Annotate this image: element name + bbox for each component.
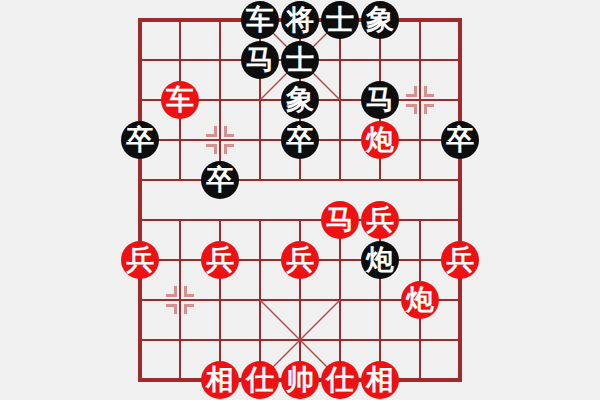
piece-black-soldier[interactable]: 卒 bbox=[121, 121, 159, 159]
piece-black-horse[interactable]: 马 bbox=[241, 41, 279, 79]
piece-red-soldier[interactable]: 兵 bbox=[441, 241, 479, 279]
piece-black-soldier[interactable]: 卒 bbox=[441, 121, 479, 159]
piece-red-advisor[interactable]: 仕 bbox=[241, 361, 279, 399]
piece-red-elephant[interactable]: 相 bbox=[361, 361, 399, 399]
piece-red-soldier[interactable]: 兵 bbox=[201, 241, 239, 279]
piece-red-horse[interactable]: 马 bbox=[321, 201, 359, 239]
piece-red-soldier[interactable]: 兵 bbox=[281, 241, 319, 279]
piece-black-horse[interactable]: 马 bbox=[361, 81, 399, 119]
piece-black-elephant[interactable]: 象 bbox=[361, 1, 399, 39]
piece-black-elephant[interactable]: 象 bbox=[281, 81, 319, 119]
pieces-grid: 车将士象马士象马卒卒卒卒炮车炮马兵兵兵兵兵炮相仕帅仕相 bbox=[120, 0, 480, 400]
piece-black-cannon[interactable]: 炮 bbox=[361, 241, 399, 279]
piece-red-advisor[interactable]: 仕 bbox=[321, 361, 359, 399]
piece-black-soldier[interactable]: 卒 bbox=[281, 121, 319, 159]
piece-red-soldier[interactable]: 兵 bbox=[121, 241, 159, 279]
piece-black-general[interactable]: 将 bbox=[281, 1, 319, 39]
piece-black-advisor[interactable]: 士 bbox=[321, 1, 359, 39]
piece-red-elephant[interactable]: 相 bbox=[201, 361, 239, 399]
piece-red-general[interactable]: 帅 bbox=[281, 361, 319, 399]
piece-red-soldier[interactable]: 兵 bbox=[361, 201, 399, 239]
piece-black-chariot[interactable]: 车 bbox=[241, 1, 279, 39]
piece-red-cannon[interactable]: 炮 bbox=[401, 281, 439, 319]
piece-red-chariot[interactable]: 车 bbox=[161, 81, 199, 119]
piece-red-cannon[interactable]: 炮 bbox=[361, 121, 399, 159]
piece-black-advisor[interactable]: 士 bbox=[281, 41, 319, 79]
xiangqi-board[interactable]: 车将士象马士象马卒卒卒卒炮车炮马兵兵兵兵兵炮相仕帅仕相 bbox=[0, 0, 600, 400]
piece-black-soldier[interactable]: 卒 bbox=[201, 161, 239, 199]
